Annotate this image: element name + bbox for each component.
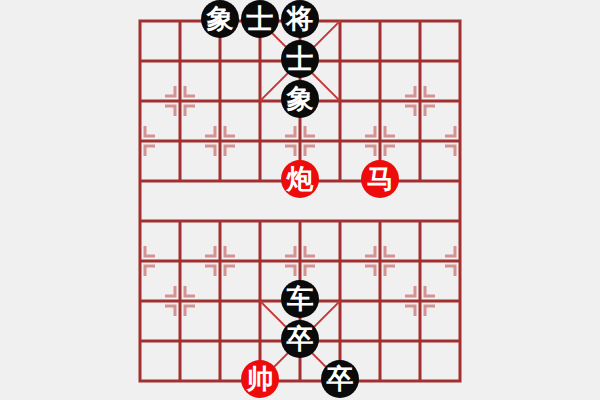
piece-red-horse[interactable]: 马 <box>361 160 399 198</box>
piece-black-soldier[interactable]: 卒 <box>321 360 359 398</box>
piece-black-soldier[interactable]: 卒 <box>281 320 319 358</box>
piece-black-advisor[interactable]: 士 <box>281 40 319 78</box>
piece-black-advisor[interactable]: 士 <box>241 0 279 38</box>
piece-black-general[interactable]: 将 <box>281 0 319 38</box>
piece-black-elephant[interactable]: 象 <box>281 80 319 118</box>
piece-black-elephant[interactable]: 象 <box>201 0 239 38</box>
xiangqi-board: 象士将士象炮马车卒帅卒 <box>0 0 600 400</box>
piece-black-chariot[interactable]: 车 <box>281 280 319 318</box>
piece-red-cannon[interactable]: 炮 <box>281 160 319 198</box>
piece-red-general[interactable]: 帅 <box>241 360 279 398</box>
